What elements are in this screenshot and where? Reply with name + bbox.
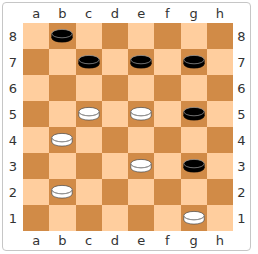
square-g8[interactable] <box>181 23 207 49</box>
square-f8[interactable] <box>154 23 180 49</box>
square-d7[interactable] <box>102 49 128 75</box>
board-grid: abcdefgh8877665544332211abcdefgh <box>3 3 250 250</box>
file-label-top-f: f <box>154 3 180 23</box>
square-c2[interactable] <box>76 179 102 205</box>
corner-spacer <box>233 3 250 23</box>
rank-label-right-5: 5 <box>233 101 250 127</box>
square-b6[interactable] <box>49 75 75 101</box>
square-b4[interactable] <box>49 127 75 153</box>
square-g1[interactable] <box>181 205 207 231</box>
white-man-b4[interactable] <box>50 131 74 149</box>
file-label-top-h: h <box>207 3 233 23</box>
square-a5[interactable] <box>23 101 49 127</box>
square-a4[interactable] <box>23 127 49 153</box>
file-label-bottom-b: b <box>49 231 75 250</box>
square-h2[interactable] <box>207 179 233 205</box>
page: { "game": "checkers", "board": { "files"… <box>0 0 258 254</box>
rank-label-left-8: 8 <box>3 23 23 49</box>
square-b1[interactable] <box>49 205 75 231</box>
file-label-top-e: e <box>128 3 154 23</box>
square-g7[interactable] <box>181 49 207 75</box>
file-label-bottom-a: a <box>23 231 49 250</box>
square-c5[interactable] <box>76 101 102 127</box>
square-a7[interactable] <box>23 49 49 75</box>
rank-label-right-2: 2 <box>233 179 250 205</box>
square-b2[interactable] <box>49 179 75 205</box>
square-f7[interactable] <box>154 49 180 75</box>
white-man-e5[interactable] <box>129 105 153 123</box>
square-c4[interactable] <box>76 127 102 153</box>
square-e3[interactable] <box>128 153 154 179</box>
file-label-bottom-f: f <box>154 231 180 250</box>
square-g3[interactable] <box>181 153 207 179</box>
black-man-c7[interactable] <box>77 53 101 71</box>
square-d5[interactable] <box>102 101 128 127</box>
rank-label-right-3: 3 <box>233 153 250 179</box>
square-a2[interactable] <box>23 179 49 205</box>
square-e5[interactable] <box>128 101 154 127</box>
black-man-g5[interactable] <box>182 105 206 123</box>
square-a8[interactable] <box>23 23 49 49</box>
file-label-top-c: c <box>76 3 102 23</box>
rank-label-right-8: 8 <box>233 23 250 49</box>
black-man-b8[interactable] <box>50 27 74 45</box>
corner-spacer <box>3 3 23 23</box>
square-c7[interactable] <box>76 49 102 75</box>
white-man-g1[interactable] <box>182 209 206 227</box>
square-c8[interactable] <box>76 23 102 49</box>
square-a3[interactable] <box>23 153 49 179</box>
square-b8[interactable] <box>49 23 75 49</box>
square-d2[interactable] <box>102 179 128 205</box>
rank-label-left-7: 7 <box>3 49 23 75</box>
square-b5[interactable] <box>49 101 75 127</box>
square-g2[interactable] <box>181 179 207 205</box>
black-man-g3[interactable] <box>182 157 206 175</box>
square-f5[interactable] <box>154 101 180 127</box>
square-c1[interactable] <box>76 205 102 231</box>
rank-label-left-2: 2 <box>3 179 23 205</box>
square-e1[interactable] <box>128 205 154 231</box>
file-label-top-a: a <box>23 3 49 23</box>
white-man-c5[interactable] <box>77 105 101 123</box>
square-d1[interactable] <box>102 205 128 231</box>
rank-label-left-3: 3 <box>3 153 23 179</box>
rank-label-right-7: 7 <box>233 49 250 75</box>
white-man-b2[interactable] <box>50 183 74 201</box>
square-b7[interactable] <box>49 49 75 75</box>
square-e4[interactable] <box>128 127 154 153</box>
square-a1[interactable] <box>23 205 49 231</box>
square-h6[interactable] <box>207 75 233 101</box>
square-g4[interactable] <box>181 127 207 153</box>
square-h8[interactable] <box>207 23 233 49</box>
square-h1[interactable] <box>207 205 233 231</box>
square-d4[interactable] <box>102 127 128 153</box>
square-d8[interactable] <box>102 23 128 49</box>
rank-label-left-1: 1 <box>3 205 23 231</box>
black-man-e7[interactable] <box>129 53 153 71</box>
file-label-top-g: g <box>181 3 207 23</box>
square-h4[interactable] <box>207 127 233 153</box>
square-e7[interactable] <box>128 49 154 75</box>
square-h3[interactable] <box>207 153 233 179</box>
rank-label-right-4: 4 <box>233 127 250 153</box>
square-d3[interactable] <box>102 153 128 179</box>
square-c3[interactable] <box>76 153 102 179</box>
square-h7[interactable] <box>207 49 233 75</box>
square-e6[interactable] <box>128 75 154 101</box>
square-f2[interactable] <box>154 179 180 205</box>
board-frame: abcdefgh8877665544332211abcdefgh <box>2 2 251 251</box>
file-label-top-d: d <box>102 3 128 23</box>
file-label-bottom-d: d <box>102 231 128 250</box>
white-man-e3[interactable] <box>129 157 153 175</box>
square-f6[interactable] <box>154 75 180 101</box>
square-f1[interactable] <box>154 205 180 231</box>
corner-spacer <box>233 231 250 250</box>
square-g5[interactable] <box>181 101 207 127</box>
rank-label-left-4: 4 <box>3 127 23 153</box>
square-a6[interactable] <box>23 75 49 101</box>
file-label-top-b: b <box>49 3 75 23</box>
rank-label-right-6: 6 <box>233 75 250 101</box>
square-b3[interactable] <box>49 153 75 179</box>
square-f4[interactable] <box>154 127 180 153</box>
square-c6[interactable] <box>76 75 102 101</box>
rank-label-right-1: 1 <box>233 205 250 231</box>
rank-label-left-6: 6 <box>3 75 23 101</box>
file-label-bottom-e: e <box>128 231 154 250</box>
square-e8[interactable] <box>128 23 154 49</box>
corner-spacer <box>3 231 23 250</box>
black-man-g7[interactable] <box>182 53 206 71</box>
square-g6[interactable] <box>181 75 207 101</box>
rank-label-left-5: 5 <box>3 101 23 127</box>
file-label-bottom-g: g <box>181 231 207 250</box>
square-e2[interactable] <box>128 179 154 205</box>
file-label-bottom-c: c <box>76 231 102 250</box>
square-h5[interactable] <box>207 101 233 127</box>
square-d6[interactable] <box>102 75 128 101</box>
square-f3[interactable] <box>154 153 180 179</box>
file-label-bottom-h: h <box>207 231 233 250</box>
